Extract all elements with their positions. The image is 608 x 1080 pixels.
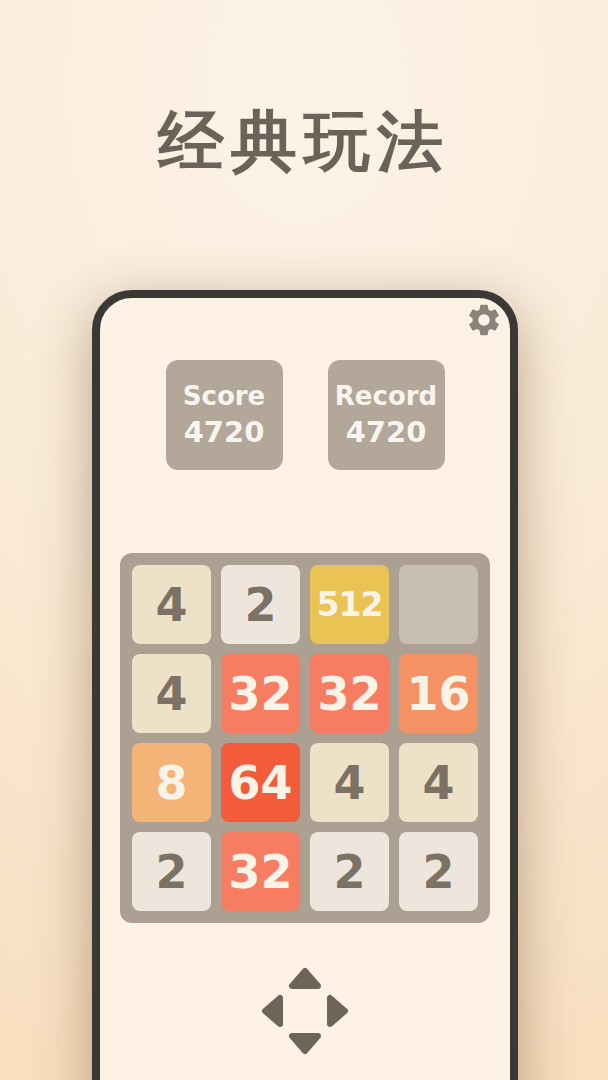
tile-2: 2 [310, 832, 389, 911]
game-screen: Score 4720 Record 4720 42512432321686444… [100, 298, 510, 1080]
arrow-up-icon[interactable] [292, 971, 318, 986]
tile-64: 64 [221, 743, 300, 822]
tile-empty [399, 565, 478, 644]
arrow-down-icon[interactable] [292, 1036, 318, 1051]
tile-32: 32 [221, 832, 300, 911]
page-title: 经典玩法 [0, 104, 608, 180]
dpad [261, 967, 349, 1055]
arrow-right-icon[interactable] [330, 998, 345, 1024]
tile-8: 8 [132, 743, 211, 822]
tile-512: 512 [310, 565, 389, 644]
tile-4: 4 [310, 743, 389, 822]
tile-4: 4 [132, 654, 211, 733]
tile-32: 32 [221, 654, 300, 733]
phone-frame: Score 4720 Record 4720 42512432321686444… [92, 290, 518, 1080]
tile-4: 4 [399, 743, 478, 822]
tile-2: 2 [132, 832, 211, 911]
gear-icon [465, 301, 503, 339]
tile-4: 4 [132, 565, 211, 644]
settings-button[interactable] [465, 301, 503, 339]
arrow-left-icon[interactable] [265, 998, 280, 1024]
tile-2: 2 [399, 832, 478, 911]
tile-32: 32 [310, 654, 389, 733]
record-label: Record [335, 383, 437, 409]
score-label: Score [183, 383, 265, 409]
board[interactable]: 4251243232168644423222 [120, 553, 490, 923]
tile-2: 2 [221, 565, 300, 644]
score-box: Score 4720 [166, 360, 283, 470]
record-box: Record 4720 [328, 360, 445, 470]
score-value: 4720 [184, 418, 265, 447]
record-value: 4720 [346, 418, 427, 447]
tile-16: 16 [399, 654, 478, 733]
score-row: Score 4720 Record 4720 [166, 360, 445, 470]
